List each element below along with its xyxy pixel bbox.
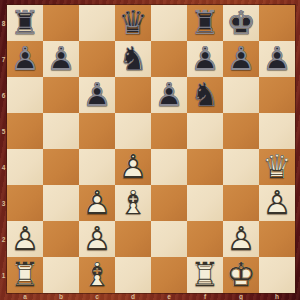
square-a7[interactable]: ♟♙: [7, 41, 43, 77]
rank-label-2: 2: [0, 221, 7, 257]
piece-black-pawn[interactable]: ♟♙: [151, 77, 187, 113]
square-d4[interactable]: ♟♙: [115, 149, 151, 185]
piece-white-pawn[interactable]: ♟♙: [223, 221, 259, 257]
square-e8[interactable]: [151, 5, 187, 41]
square-f4[interactable]: [187, 149, 223, 185]
file-label-c: c: [79, 292, 115, 300]
piece-white-pawn[interactable]: ♟♙: [79, 221, 115, 257]
square-b4[interactable]: [43, 149, 79, 185]
rank-label-3: 3: [0, 185, 7, 221]
rank-label-5: 5: [0, 113, 7, 149]
file-label-g: g: [223, 292, 259, 300]
square-f1[interactable]: ♜♖: [187, 257, 223, 293]
square-g6[interactable]: [223, 77, 259, 113]
square-b5[interactable]: [43, 113, 79, 149]
piece-black-rook[interactable]: ♜♖: [7, 5, 43, 41]
piece-black-king[interactable]: ♚♔: [223, 5, 259, 41]
square-e7[interactable]: [151, 41, 187, 77]
square-e4[interactable]: [151, 149, 187, 185]
square-g1[interactable]: ♚♔: [223, 257, 259, 293]
square-c7[interactable]: [79, 41, 115, 77]
black-knight-glyph-outline: ♘: [187, 77, 223, 113]
piece-white-king[interactable]: ♚♔: [223, 257, 259, 293]
square-e2[interactable]: [151, 221, 187, 257]
square-h3[interactable]: ♟♙: [259, 185, 295, 221]
white-pawn-glyph-outline: ♙: [223, 221, 259, 257]
piece-white-bishop[interactable]: ♝♗: [79, 257, 115, 293]
square-a6[interactable]: [7, 77, 43, 113]
file-label-a: a: [7, 292, 43, 300]
white-pawn-glyph-outline: ♙: [79, 221, 115, 257]
black-pawn-glyph-outline: ♙: [151, 77, 187, 113]
square-h1[interactable]: [259, 257, 295, 293]
square-f5[interactable]: [187, 113, 223, 149]
black-pawn-glyph-outline: ♙: [43, 41, 79, 77]
chess-board: ♜♖♛♕♜♖♚♔♟♙♟♙♞♘♟♙♟♙♟♙♟♙♟♙♞♘♟♙♛♕♟♙♝♗♟♙♟♙♟♙…: [7, 5, 295, 293]
piece-white-queen[interactable]: ♛♕: [259, 149, 295, 185]
file-label-d: d: [115, 292, 151, 300]
piece-black-knight[interactable]: ♞♘: [115, 41, 151, 77]
square-c3[interactable]: ♟♙: [79, 185, 115, 221]
square-b3[interactable]: [43, 185, 79, 221]
piece-black-knight[interactable]: ♞♘: [187, 77, 223, 113]
square-b2[interactable]: [43, 221, 79, 257]
square-f8[interactable]: ♜♖: [187, 5, 223, 41]
square-a5[interactable]: [7, 113, 43, 149]
square-b8[interactable]: [43, 5, 79, 41]
square-c2[interactable]: ♟♙: [79, 221, 115, 257]
white-bishop-glyph-outline: ♗: [79, 257, 115, 293]
square-a2[interactable]: ♟♙: [7, 221, 43, 257]
white-pawn-glyph-outline: ♙: [115, 149, 151, 185]
file-label-h: h: [259, 292, 295, 300]
board-frame: ♜♖♛♕♜♖♚♔♟♙♟♙♞♘♟♙♟♙♟♙♟♙♟♙♞♘♟♙♛♕♟♙♝♗♟♙♟♙♟♙…: [0, 0, 300, 300]
piece-black-rook[interactable]: ♜♖: [187, 5, 223, 41]
white-pawn-glyph-outline: ♙: [259, 185, 295, 221]
file-label-f: f: [187, 292, 223, 300]
square-b7[interactable]: ♟♙: [43, 41, 79, 77]
square-f2[interactable]: [187, 221, 223, 257]
black-pawn-glyph-outline: ♙: [7, 41, 43, 77]
piece-white-pawn[interactable]: ♟♙: [7, 221, 43, 257]
square-f7[interactable]: ♟♙: [187, 41, 223, 77]
square-e6[interactable]: ♟♙: [151, 77, 187, 113]
square-c5[interactable]: [79, 113, 115, 149]
piece-black-queen[interactable]: ♛♕: [115, 5, 151, 41]
black-king-glyph-outline: ♔: [223, 5, 259, 41]
square-d8[interactable]: ♛♕: [115, 5, 151, 41]
square-e5[interactable]: [151, 113, 187, 149]
square-e1[interactable]: [151, 257, 187, 293]
square-a8[interactable]: ♜♖: [7, 5, 43, 41]
square-h6[interactable]: [259, 77, 295, 113]
square-f3[interactable]: [187, 185, 223, 221]
square-g8[interactable]: ♚♔: [223, 5, 259, 41]
square-d6[interactable]: [115, 77, 151, 113]
square-d2[interactable]: [115, 221, 151, 257]
square-h8[interactable]: [259, 5, 295, 41]
square-c4[interactable]: [79, 149, 115, 185]
white-pawn-glyph-outline: ♙: [79, 185, 115, 221]
square-g4[interactable]: [223, 149, 259, 185]
black-pawn-glyph-outline: ♙: [79, 77, 115, 113]
piece-black-pawn[interactable]: ♟♙: [259, 41, 295, 77]
piece-white-rook[interactable]: ♜♖: [187, 257, 223, 293]
rank-label-6: 6: [0, 77, 7, 113]
rank-label-7: 7: [0, 41, 7, 77]
square-a3[interactable]: [7, 185, 43, 221]
black-pawn-glyph-outline: ♙: [259, 41, 295, 77]
black-rook-glyph-outline: ♖: [187, 5, 223, 41]
square-h2[interactable]: [259, 221, 295, 257]
square-g2[interactable]: ♟♙: [223, 221, 259, 257]
black-knight-glyph-outline: ♘: [115, 41, 151, 77]
white-bishop-glyph-outline: ♗: [115, 185, 151, 221]
black-pawn-glyph-outline: ♙: [187, 41, 223, 77]
piece-black-pawn[interactable]: ♟♙: [79, 77, 115, 113]
square-b6[interactable]: [43, 77, 79, 113]
piece-white-pawn[interactable]: ♟♙: [79, 185, 115, 221]
file-label-e: e: [151, 292, 187, 300]
black-pawn-glyph-outline: ♙: [223, 41, 259, 77]
square-d5[interactable]: [115, 113, 151, 149]
black-queen-glyph-outline: ♕: [115, 5, 151, 41]
square-h5[interactable]: [259, 113, 295, 149]
file-label-b: b: [43, 292, 79, 300]
square-h7[interactable]: ♟♙: [259, 41, 295, 77]
rank-label-8: 8: [0, 5, 7, 41]
piece-white-rook[interactable]: ♜♖: [7, 257, 43, 293]
square-d1[interactable]: [115, 257, 151, 293]
piece-white-pawn[interactable]: ♟♙: [115, 149, 151, 185]
black-rook-glyph-outline: ♖: [7, 5, 43, 41]
piece-white-pawn[interactable]: ♟♙: [259, 185, 295, 221]
rank-label-4: 4: [0, 149, 7, 185]
piece-black-pawn[interactable]: ♟♙: [43, 41, 79, 77]
white-rook-glyph-outline: ♖: [7, 257, 43, 293]
square-g5[interactable]: [223, 113, 259, 149]
rank-label-1: 1: [0, 257, 7, 293]
square-d7[interactable]: ♞♘: [115, 41, 151, 77]
square-f6[interactable]: ♞♘: [187, 77, 223, 113]
square-a4[interactable]: [7, 149, 43, 185]
piece-white-bishop[interactable]: ♝♗: [115, 185, 151, 221]
white-pawn-glyph-outline: ♙: [7, 221, 43, 257]
square-b1[interactable]: [43, 257, 79, 293]
square-c1[interactable]: ♝♗: [79, 257, 115, 293]
piece-black-pawn[interactable]: ♟♙: [223, 41, 259, 77]
square-h4[interactable]: ♛♕: [259, 149, 295, 185]
square-a1[interactable]: ♜♖: [7, 257, 43, 293]
white-king-glyph-outline: ♔: [223, 257, 259, 293]
white-rook-glyph-outline: ♖: [187, 257, 223, 293]
piece-black-pawn[interactable]: ♟♙: [187, 41, 223, 77]
piece-black-pawn[interactable]: ♟♙: [7, 41, 43, 77]
white-queen-glyph-outline: ♕: [259, 149, 295, 185]
square-c6[interactable]: ♟♙: [79, 77, 115, 113]
square-g3[interactable]: [223, 185, 259, 221]
square-c8[interactable]: [79, 5, 115, 41]
square-e3[interactable]: [151, 185, 187, 221]
square-g7[interactable]: ♟♙: [223, 41, 259, 77]
square-d3[interactable]: ♝♗: [115, 185, 151, 221]
